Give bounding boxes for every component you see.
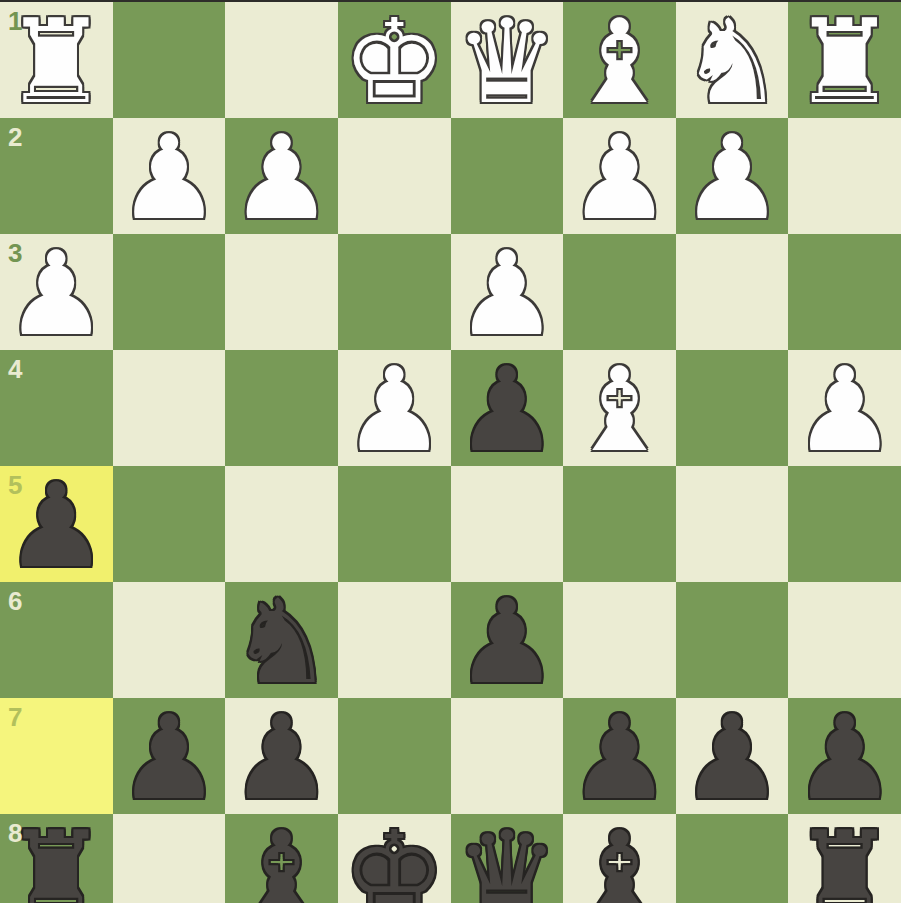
white-pawn[interactable]: ♟ (230, 120, 334, 236)
square-a7[interactable]: ♟ (788, 698, 901, 814)
square-c4[interactable]: ♝ (563, 350, 676, 466)
black-pawn[interactable]: ♟ (793, 700, 897, 816)
square-h7[interactable]: 7 (0, 698, 113, 814)
white-pawn[interactable]: ♟ (4, 236, 108, 352)
square-h4[interactable]: 4 (0, 350, 113, 466)
black-king[interactable]: ♚ (342, 816, 446, 903)
square-f4[interactable] (225, 350, 338, 466)
square-f6[interactable]: ♞ (225, 582, 338, 698)
rank-label-4: 4 (8, 356, 22, 382)
square-c2[interactable]: ♟ (563, 118, 676, 234)
square-b8[interactable]: b (676, 814, 789, 903)
white-king[interactable]: ♚ (342, 4, 446, 120)
black-pawn[interactable]: ♟ (567, 700, 671, 816)
square-g7[interactable]: ♟ (113, 698, 226, 814)
white-rook[interactable]: ♜ (4, 4, 108, 120)
square-e6[interactable] (338, 582, 451, 698)
black-pawn[interactable]: ♟ (455, 584, 559, 700)
white-pawn[interactable]: ♟ (680, 120, 784, 236)
square-a1[interactable]: ♜ (788, 2, 901, 118)
white-pawn[interactable]: ♟ (567, 120, 671, 236)
black-pawn[interactable]: ♟ (230, 700, 334, 816)
square-g1[interactable] (113, 2, 226, 118)
square-c8[interactable]: ♝c (563, 814, 676, 903)
square-e5[interactable] (338, 466, 451, 582)
square-g6[interactable] (113, 582, 226, 698)
white-pawn[interactable]: ♟ (117, 120, 221, 236)
white-bishop[interactable]: ♝ (567, 352, 671, 468)
square-f5[interactable] (225, 466, 338, 582)
square-h1[interactable]: ♜1 (0, 2, 113, 118)
square-g8[interactable]: g (113, 814, 226, 903)
square-h8[interactable]: ♜8h (0, 814, 113, 903)
square-h2[interactable]: 2 (0, 118, 113, 234)
square-a8[interactable]: ♜a (788, 814, 901, 903)
square-f7[interactable]: ♟ (225, 698, 338, 814)
black-pawn[interactable]: ♟ (680, 700, 784, 816)
square-a2[interactable] (788, 118, 901, 234)
square-f2[interactable]: ♟ (225, 118, 338, 234)
square-e7[interactable] (338, 698, 451, 814)
square-e4[interactable]: ♟ (338, 350, 451, 466)
square-e8[interactable]: ♚e (338, 814, 451, 903)
rank-label-6: 6 (8, 588, 22, 614)
square-b5[interactable] (676, 466, 789, 582)
square-b3[interactable] (676, 234, 789, 350)
white-pawn[interactable]: ♟ (342, 352, 446, 468)
white-pawn[interactable]: ♟ (455, 236, 559, 352)
black-pawn[interactable]: ♟ (4, 468, 108, 584)
board-frame: ♜1♚♛♝♞♜2♟♟♟♟♟3♟4♟♟♝♟♟56♞♟7♟♟♟♟♟♜8hg♝f♚e♛… (0, 0, 901, 903)
square-d7[interactable] (451, 698, 564, 814)
square-g5[interactable] (113, 466, 226, 582)
black-pawn[interactable]: ♟ (117, 700, 221, 816)
square-f3[interactable] (225, 234, 338, 350)
square-b4[interactable] (676, 350, 789, 466)
square-h5[interactable]: ♟5 (0, 466, 113, 582)
black-queen[interactable]: ♛ (455, 816, 559, 903)
square-c5[interactable] (563, 466, 676, 582)
square-d2[interactable] (451, 118, 564, 234)
square-b2[interactable]: ♟ (676, 118, 789, 234)
square-b6[interactable] (676, 582, 789, 698)
square-d4[interactable]: ♟ (451, 350, 564, 466)
square-h6[interactable]: 6 (0, 582, 113, 698)
square-c7[interactable]: ♟ (563, 698, 676, 814)
square-b1[interactable]: ♞ (676, 2, 789, 118)
square-c6[interactable] (563, 582, 676, 698)
white-knight[interactable]: ♞ (680, 4, 784, 120)
square-e3[interactable] (338, 234, 451, 350)
square-a6[interactable] (788, 582, 901, 698)
square-a5[interactable] (788, 466, 901, 582)
square-c3[interactable] (563, 234, 676, 350)
black-bishop[interactable]: ♝ (230, 816, 334, 903)
black-knight[interactable]: ♞ (230, 584, 334, 700)
square-d8[interactable]: ♛d (451, 814, 564, 903)
square-f1[interactable] (225, 2, 338, 118)
square-d5[interactable] (451, 466, 564, 582)
square-e1[interactable]: ♚ (338, 2, 451, 118)
square-b7[interactable]: ♟ (676, 698, 789, 814)
white-rook[interactable]: ♜ (793, 4, 897, 120)
square-g3[interactable] (113, 234, 226, 350)
white-pawn[interactable]: ♟ (793, 352, 897, 468)
square-h3[interactable]: ♟3 (0, 234, 113, 350)
black-rook[interactable]: ♜ (4, 816, 108, 903)
square-c1[interactable]: ♝ (563, 2, 676, 118)
white-bishop[interactable]: ♝ (567, 4, 671, 120)
square-d3[interactable]: ♟ (451, 234, 564, 350)
chess-board: ♜1♚♛♝♞♜2♟♟♟♟♟3♟4♟♟♝♟♟56♞♟7♟♟♟♟♟♜8hg♝f♚e♛… (0, 2, 901, 903)
square-d6[interactable]: ♟ (451, 582, 564, 698)
square-a4[interactable]: ♟ (788, 350, 901, 466)
square-g4[interactable] (113, 350, 226, 466)
square-a3[interactable] (788, 234, 901, 350)
square-e2[interactable] (338, 118, 451, 234)
white-queen[interactable]: ♛ (455, 4, 559, 120)
square-g2[interactable]: ♟ (113, 118, 226, 234)
black-bishop[interactable]: ♝ (567, 816, 671, 903)
black-rook[interactable]: ♜ (793, 816, 897, 903)
black-pawn[interactable]: ♟ (455, 352, 559, 468)
rank-label-7: 7 (8, 704, 22, 730)
square-f8[interactable]: ♝f (225, 814, 338, 903)
square-d1[interactable]: ♛ (451, 2, 564, 118)
rank-label-2: 2 (8, 124, 22, 150)
